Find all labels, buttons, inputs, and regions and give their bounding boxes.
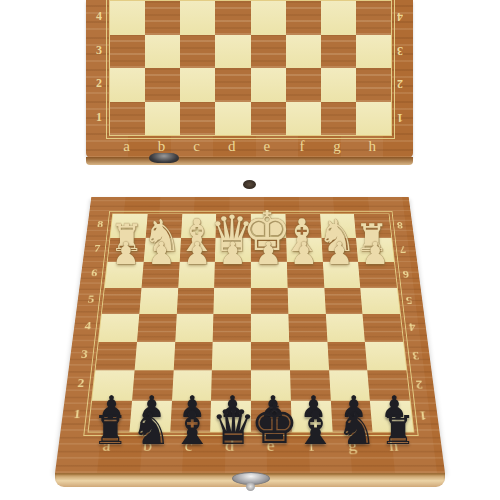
box-square-c2 xyxy=(180,68,215,102)
square-e3[interactable] xyxy=(251,342,290,371)
box-rank-label-1-left: 1 xyxy=(89,110,109,125)
box-square-g2 xyxy=(321,68,356,102)
box-square-b1 xyxy=(145,102,180,136)
box-rank-label-2-left: 2 xyxy=(89,76,109,91)
box-rank-label-2-right: 2 xyxy=(390,76,410,91)
square-c3[interactable] xyxy=(173,342,213,371)
square-d4[interactable] xyxy=(213,314,251,342)
square-a5[interactable] xyxy=(102,288,141,314)
box-square-h3 xyxy=(356,35,391,69)
box-square-e1 xyxy=(251,102,286,136)
square-g5[interactable] xyxy=(324,288,363,314)
box-square-b3 xyxy=(145,35,180,69)
board-rank-label-3-left: 3 xyxy=(73,348,95,360)
box-file-label-f: f xyxy=(285,138,320,156)
box-file-label-e: e xyxy=(249,138,284,156)
square-b5[interactable] xyxy=(139,288,178,314)
box-square-e2 xyxy=(251,68,286,102)
box-rank-label-4-right: 4 xyxy=(390,9,410,24)
box-file-label-c: c xyxy=(179,138,214,156)
box-rank-label-1-right: 1 xyxy=(390,110,410,125)
box-square-g3 xyxy=(321,35,356,69)
board-rank-label-4-right: 4 xyxy=(402,321,423,333)
box-square-a2 xyxy=(110,68,145,102)
lid-checkerboard xyxy=(109,0,392,136)
box-square-f3 xyxy=(286,35,321,69)
box-square-f4 xyxy=(286,1,321,35)
square-a4[interactable] xyxy=(99,314,139,342)
box-file-label-g: g xyxy=(320,138,355,156)
box-square-d2 xyxy=(215,68,250,102)
square-b4[interactable] xyxy=(137,314,177,342)
box-square-h1 xyxy=(356,102,391,136)
piece-black-rook-h1[interactable]: ♜ xyxy=(372,410,424,450)
piece-white-pawn-h7[interactable]: ♟ xyxy=(349,238,401,269)
box-square-c4 xyxy=(180,1,215,35)
box-square-g1 xyxy=(321,102,356,136)
box-rank-label-4-left: 4 xyxy=(89,9,109,24)
square-h4[interactable] xyxy=(363,314,403,342)
box-square-d1 xyxy=(215,102,250,136)
board-rank-label-5-left: 5 xyxy=(81,294,102,305)
board-rank-label-4-left: 4 xyxy=(77,321,98,333)
box-square-a4 xyxy=(110,1,145,35)
square-b3[interactable] xyxy=(134,342,174,371)
board-rank-label-6-right: 6 xyxy=(396,268,416,279)
lid-side-edge xyxy=(86,157,413,165)
box-square-a3 xyxy=(110,35,145,69)
box-square-b4 xyxy=(145,1,180,35)
folded-box-lid: 44332211abcdefgh xyxy=(86,0,413,158)
box-square-g4 xyxy=(321,1,356,35)
box-rank-label-3-right: 3 xyxy=(390,43,410,58)
hinge-knob-icon xyxy=(243,180,256,189)
front-clasp-knob-icon xyxy=(246,482,255,491)
square-g4[interactable] xyxy=(325,314,365,342)
square-d5[interactable] xyxy=(214,288,251,314)
box-square-h2 xyxy=(356,68,391,102)
box-square-f2 xyxy=(286,68,321,102)
square-g3[interactable] xyxy=(327,342,367,371)
square-f4[interactable] xyxy=(288,314,327,342)
box-square-b2 xyxy=(145,68,180,102)
square-c4[interactable] xyxy=(175,314,214,342)
product-photo: 44332211abcdefgh 8877665544332211abcdefg… xyxy=(0,0,500,500)
box-square-a1 xyxy=(110,102,145,136)
box-file-label-a: a xyxy=(109,138,144,156)
square-f5[interactable] xyxy=(287,288,325,314)
box-square-h4 xyxy=(356,1,391,35)
board-rank-label-6-left: 6 xyxy=(84,268,104,279)
box-square-c1 xyxy=(180,102,215,136)
lid-latch-icon xyxy=(149,153,179,163)
square-d3[interactable] xyxy=(212,342,251,371)
box-square-d3 xyxy=(215,35,250,69)
square-e5[interactable] xyxy=(251,288,288,314)
square-c5[interactable] xyxy=(176,288,214,314)
box-square-e3 xyxy=(251,35,286,69)
box-square-d4 xyxy=(215,1,250,35)
board-rank-label-5-right: 5 xyxy=(399,294,420,305)
square-f3[interactable] xyxy=(289,342,329,371)
square-h5[interactable] xyxy=(360,288,400,314)
box-file-label-h: h xyxy=(355,138,390,156)
box-square-e4 xyxy=(251,1,286,35)
box-rank-label-3-left: 3 xyxy=(89,43,109,58)
square-a3[interactable] xyxy=(96,342,137,371)
board-rank-label-3-right: 3 xyxy=(405,348,427,360)
square-h3[interactable] xyxy=(365,342,406,371)
box-file-label-d: d xyxy=(214,138,249,156)
board-rank-label-2-right: 2 xyxy=(408,377,430,390)
box-square-c3 xyxy=(180,35,215,69)
box-square-f1 xyxy=(286,102,321,136)
square-e4[interactable] xyxy=(251,314,289,342)
board-rank-label-2-left: 2 xyxy=(70,377,92,390)
